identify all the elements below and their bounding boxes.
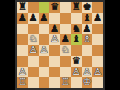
- square-a6[interactable]: [17, 24, 28, 35]
- white-pawn: ♙: [29, 45, 38, 55]
- black-pawn: ♟: [82, 24, 91, 34]
- square-f3[interactable]: ♛: [71, 56, 82, 67]
- white-pawn: ♙: [18, 67, 27, 77]
- square-d1[interactable]: [49, 77, 60, 88]
- white-knight: ♘: [29, 34, 38, 44]
- square-f4[interactable]: [71, 45, 82, 56]
- square-a8[interactable]: ♜: [17, 2, 28, 13]
- black-pawn: ♟: [61, 34, 70, 44]
- square-e1[interactable]: ♖: [60, 77, 71, 88]
- square-c2[interactable]: [39, 67, 50, 78]
- black-rook: ♜: [72, 2, 81, 12]
- square-c6[interactable]: [39, 24, 50, 35]
- square-e8[interactable]: [60, 2, 71, 13]
- square-d5[interactable]: ♙: [49, 34, 60, 45]
- square-a4[interactable]: [17, 45, 28, 56]
- white-pawn: ♙: [39, 45, 48, 55]
- square-a1[interactable]: ♖: [17, 77, 28, 88]
- white-pawn: ♙: [82, 67, 91, 77]
- square-e2[interactable]: [60, 67, 71, 78]
- white-rook: ♖: [61, 77, 70, 87]
- square-f5[interactable]: ♝: [71, 34, 82, 45]
- square-h4[interactable]: [92, 45, 103, 56]
- white-rook: ♖: [18, 77, 27, 87]
- white-king: ♔: [82, 77, 91, 87]
- square-b7[interactable]: ♟: [28, 13, 39, 24]
- square-d4[interactable]: [49, 45, 60, 56]
- black-pawn: ♟: [93, 13, 102, 23]
- square-d6[interactable]: ♟: [49, 24, 60, 35]
- square-d2[interactable]: [49, 67, 60, 78]
- square-h3[interactable]: [92, 56, 103, 67]
- square-b1[interactable]: [28, 77, 39, 88]
- white-pawn: ♙: [50, 34, 59, 44]
- square-c5[interactable]: [39, 34, 50, 45]
- square-g7[interactable]: ♝: [82, 13, 93, 24]
- white-pawn: ♙: [72, 67, 81, 77]
- square-c3[interactable]: [39, 56, 50, 67]
- black-king: ♚: [82, 2, 91, 12]
- black-rook: ♜: [18, 2, 27, 12]
- square-b3[interactable]: [28, 56, 39, 67]
- square-e7[interactable]: [60, 13, 71, 24]
- square-e6[interactable]: [60, 24, 71, 35]
- square-f2[interactable]: ♙: [71, 67, 82, 78]
- black-bishop: ♝: [72, 34, 81, 44]
- square-b8[interactable]: [28, 2, 39, 13]
- black-pawn: ♟: [29, 13, 38, 23]
- square-b6[interactable]: [28, 24, 39, 35]
- square-b2[interactable]: [28, 67, 39, 78]
- square-c8[interactable]: [39, 2, 50, 13]
- square-d3[interactable]: [49, 56, 60, 67]
- black-queen: ♛: [50, 2, 59, 12]
- black-queen: ♛: [72, 56, 81, 66]
- square-h6[interactable]: [92, 24, 103, 35]
- white-bishop: ♗: [82, 34, 91, 44]
- black-pawn: ♟: [50, 24, 59, 34]
- chess-board-frame: ♜♛♜♚♟♟♟♝♟♟♞♟♘♙♟♝♗♙♙♘♛♙♙♙♙♖♖♔: [15, 0, 105, 90]
- square-a3[interactable]: [17, 56, 28, 67]
- square-e5[interactable]: ♟: [60, 34, 71, 45]
- square-c1[interactable]: [39, 77, 50, 88]
- square-h1[interactable]: [92, 77, 103, 88]
- square-e4[interactable]: ♘: [60, 45, 71, 56]
- chess-board: ♜♛♜♚♟♟♟♝♟♟♞♟♘♙♟♝♗♙♙♘♛♙♙♙♙♖♖♔: [17, 2, 103, 88]
- square-g6[interactable]: ♟: [82, 24, 93, 35]
- black-knight: ♞: [72, 24, 81, 34]
- square-f6[interactable]: ♞: [71, 24, 82, 35]
- square-a2[interactable]: ♙: [17, 67, 28, 78]
- square-d7[interactable]: [49, 13, 60, 24]
- square-g5[interactable]: ♗: [82, 34, 93, 45]
- square-c4[interactable]: ♙: [39, 45, 50, 56]
- square-g8[interactable]: ♚: [82, 2, 93, 13]
- black-pawn: ♟: [39, 13, 48, 23]
- square-d8[interactable]: ♛: [49, 2, 60, 13]
- square-e3[interactable]: [60, 56, 71, 67]
- black-bishop: ♝: [82, 13, 91, 23]
- square-g4[interactable]: [82, 45, 93, 56]
- square-h7[interactable]: ♟: [92, 13, 103, 24]
- square-g1[interactable]: ♔: [82, 77, 93, 88]
- square-f7[interactable]: [71, 13, 82, 24]
- square-f1[interactable]: [71, 77, 82, 88]
- square-a5[interactable]: [17, 34, 28, 45]
- square-b5[interactable]: ♘: [28, 34, 39, 45]
- square-a7[interactable]: ♟: [17, 13, 28, 24]
- square-g3[interactable]: [82, 56, 93, 67]
- square-h5[interactable]: [92, 34, 103, 45]
- white-knight: ♘: [61, 45, 70, 55]
- black-pawn: ♟: [18, 13, 27, 23]
- square-h8[interactable]: [92, 2, 103, 13]
- square-c7[interactable]: ♟: [39, 13, 50, 24]
- square-g2[interactable]: ♙: [82, 67, 93, 78]
- white-pawn: ♙: [93, 67, 102, 77]
- square-b4[interactable]: ♙: [28, 45, 39, 56]
- square-f8[interactable]: ♜: [71, 2, 82, 13]
- square-h2[interactable]: ♙: [92, 67, 103, 78]
